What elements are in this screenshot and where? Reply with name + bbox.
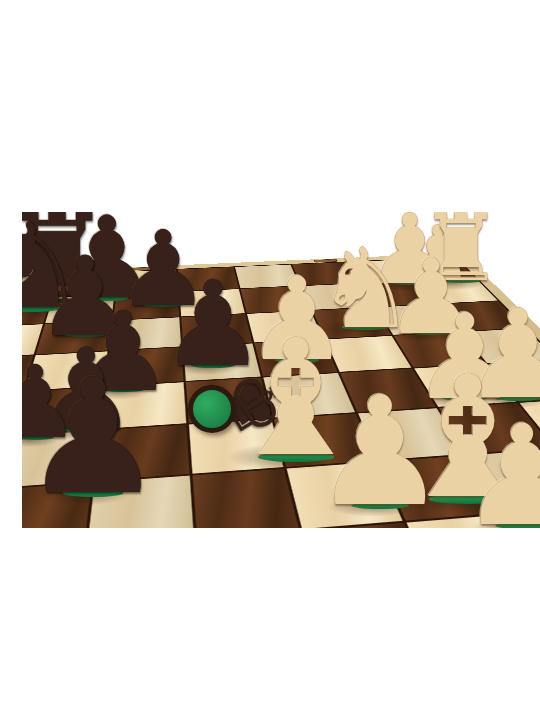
piece-layer: ♜♞♟♟♟♟♟♟♟♟♚♟♟♜♞♟♟♟♟♝♝♟♟ (22, 212, 540, 528)
felt-base (22, 305, 59, 312)
fallen-king-felt-base (188, 385, 236, 433)
felt-base (442, 395, 487, 401)
felt-base (441, 278, 481, 283)
felt-base (63, 489, 124, 497)
felt-base (190, 362, 235, 368)
chessboard-photo: ♜♞♟♟♟♟♟♟♟♟♚♟♟♜♞♟♟♟♟♝♝♟♟ (22, 212, 540, 528)
felt-base (258, 452, 334, 462)
felt-base (85, 295, 128, 301)
felt-base (411, 330, 451, 335)
felt-base (391, 280, 428, 285)
felt-base (275, 357, 319, 363)
felt-base (495, 522, 540, 528)
product-photo: ♜♞♟♟♟♟♟♟♟♟♚♟♟♜♞♟♟♟♟♝♝♟♟ (0, 0, 540, 720)
felt-base (143, 302, 183, 307)
felt-base (64, 427, 107, 433)
felt-base (494, 395, 540, 401)
